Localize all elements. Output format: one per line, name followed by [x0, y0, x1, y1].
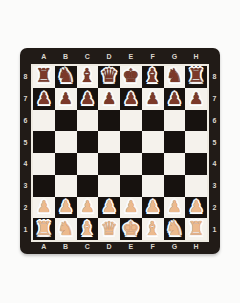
black-pawn-piece: ♟ [145, 91, 159, 107]
black-pawn-piece: ♟ [189, 91, 203, 107]
square-f3[interactable] [142, 175, 164, 197]
square-e5[interactable] [120, 131, 142, 153]
white-knight-piece: ♞ [166, 219, 183, 238]
rank-label-right-7: 7 [209, 88, 220, 110]
square-b2[interactable]: ♟ [55, 197, 77, 219]
board-field: ♜♞♝♛♚♝♞♜♟♟♟♟♟♟♟♟♟♟♟♟♟♟♟♟♜♞♝♛♚♝♞♜ [31, 64, 209, 242]
white-pawn-piece: ♟ [37, 199, 51, 215]
square-d7[interactable]: ♟ [98, 88, 120, 110]
square-f7[interactable]: ♟ [142, 88, 164, 110]
square-b5[interactable] [55, 131, 77, 153]
white-rook-piece: ♜ [188, 219, 205, 238]
demo-chess-board: ABCDEFGH 87654321 ♜♞♝♛♚♝♞♜♟♟♟♟♟♟♟♟♟♟♟♟♟♟… [20, 48, 220, 254]
square-f8[interactable]: ♝ [142, 66, 164, 88]
white-pawn-piece: ♟ [189, 199, 203, 215]
square-g4[interactable] [164, 153, 186, 175]
square-a5[interactable] [33, 131, 55, 153]
square-b6[interactable] [55, 110, 77, 132]
square-h3[interactable] [185, 175, 207, 197]
white-queen-piece: ♛ [101, 219, 118, 238]
square-a8[interactable]: ♜ [33, 66, 55, 88]
square-e1[interactable]: ♚ [120, 218, 142, 240]
white-pawn-piece: ♟ [124, 199, 138, 215]
square-f6[interactable] [142, 110, 164, 132]
square-f4[interactable] [142, 153, 164, 175]
file-label-bottom-e: E [120, 241, 142, 252]
square-c1[interactable]: ♝ [77, 218, 99, 240]
file-label-top-d: D [98, 50, 120, 63]
square-c4[interactable] [77, 153, 99, 175]
black-pawn-piece: ♟ [102, 91, 116, 107]
file-label-bottom-h: H [185, 241, 207, 252]
square-h1[interactable]: ♜ [185, 218, 207, 240]
square-h8[interactable]: ♜ [185, 66, 207, 88]
square-d5[interactable] [98, 131, 120, 153]
file-label-bottom-b: B [55, 241, 77, 252]
square-d8[interactable]: ♛ [98, 66, 120, 88]
square-c8[interactable]: ♝ [77, 66, 99, 88]
black-king-piece: ♚ [122, 66, 139, 85]
white-pawn-piece: ♟ [58, 199, 72, 215]
file-label-bottom-a: A [33, 241, 55, 252]
white-rook-piece: ♜ [35, 219, 52, 238]
square-g8[interactable]: ♞ [164, 66, 186, 88]
square-b3[interactable] [55, 175, 77, 197]
file-label-top-h: H [185, 50, 207, 63]
square-a2[interactable]: ♟ [33, 197, 55, 219]
rank-label-left-3: 3 [20, 175, 31, 197]
square-f2[interactable]: ♟ [142, 197, 164, 219]
black-pawn-piece: ♟ [37, 91, 51, 107]
square-f5[interactable] [142, 131, 164, 153]
square-c3[interactable] [77, 175, 99, 197]
file-label-top-a: A [33, 50, 55, 63]
file-label-top-f: F [142, 50, 164, 63]
black-rook-piece: ♜ [188, 66, 205, 85]
square-c2[interactable]: ♟ [77, 197, 99, 219]
black-pawn-piece: ♟ [167, 91, 181, 107]
square-c5[interactable] [77, 131, 99, 153]
black-bishop-piece: ♝ [79, 66, 96, 85]
black-queen-piece: ♛ [101, 66, 118, 85]
square-e6[interactable] [120, 110, 142, 132]
file-label-bottom-c: C [77, 241, 99, 252]
square-g1[interactable]: ♞ [164, 218, 186, 240]
square-e4[interactable] [120, 153, 142, 175]
square-a3[interactable] [33, 175, 55, 197]
file-labels-bottom: ABCDEFGH [33, 241, 207, 252]
square-d6[interactable] [98, 110, 120, 132]
rank-label-right-8: 8 [209, 66, 220, 88]
square-a7[interactable]: ♟ [33, 88, 55, 110]
square-h7[interactable]: ♟ [185, 88, 207, 110]
file-labels-top: ABCDEFGH [33, 50, 207, 63]
black-rook-piece: ♜ [35, 66, 52, 85]
black-pawn-piece: ♟ [124, 91, 138, 107]
square-d2[interactable]: ♟ [98, 197, 120, 219]
rank-label-right-6: 6 [209, 110, 220, 132]
square-b8[interactable]: ♞ [55, 66, 77, 88]
rank-label-right-4: 4 [209, 153, 220, 175]
white-bishop-piece: ♝ [79, 219, 96, 238]
square-b7[interactable]: ♟ [55, 88, 77, 110]
square-e8[interactable]: ♚ [120, 66, 142, 88]
white-pawn-piece: ♟ [102, 199, 116, 215]
rank-label-left-4: 4 [20, 153, 31, 175]
square-d1[interactable]: ♛ [98, 218, 120, 240]
black-pawn-piece: ♟ [58, 91, 72, 107]
file-label-bottom-f: F [142, 241, 164, 252]
square-a6[interactable] [33, 110, 55, 132]
file-label-top-g: G [164, 50, 186, 63]
square-h4[interactable] [185, 153, 207, 175]
square-b4[interactable] [55, 153, 77, 175]
file-label-bottom-d: D [98, 241, 120, 252]
square-g3[interactable] [164, 175, 186, 197]
square-g2[interactable]: ♟ [164, 197, 186, 219]
square-g5[interactable] [164, 131, 186, 153]
white-pawn-piece: ♟ [80, 199, 94, 215]
white-pawn-piece: ♟ [167, 199, 181, 215]
black-knight-piece: ♞ [57, 66, 74, 85]
file-label-top-e: E [120, 50, 142, 63]
square-g6[interactable] [164, 110, 186, 132]
square-h2[interactable]: ♟ [185, 197, 207, 219]
square-e7[interactable]: ♟ [120, 88, 142, 110]
file-label-top-c: C [77, 50, 99, 63]
rank-label-right-3: 3 [209, 175, 220, 197]
rank-label-right-1: 1 [209, 218, 220, 240]
square-e3[interactable] [120, 175, 142, 197]
white-king-piece: ♚ [122, 219, 139, 238]
white-knight-piece: ♞ [57, 219, 74, 238]
square-c7[interactable]: ♟ [77, 88, 99, 110]
black-bishop-piece: ♝ [144, 66, 161, 85]
square-c6[interactable] [77, 110, 99, 132]
square-a4[interactable] [33, 153, 55, 175]
square-b1[interactable]: ♞ [55, 218, 77, 240]
square-g7[interactable]: ♟ [164, 88, 186, 110]
square-e2[interactable]: ♟ [120, 197, 142, 219]
white-bishop-piece: ♝ [144, 219, 161, 238]
square-h6[interactable] [185, 110, 207, 132]
rank-label-right-5: 5 [209, 131, 220, 153]
rank-label-right-2: 2 [209, 197, 220, 219]
square-a1[interactable]: ♜ [33, 218, 55, 240]
rank-label-left-5: 5 [20, 131, 31, 153]
black-knight-piece: ♞ [166, 66, 183, 85]
rank-labels-left: 87654321 [20, 66, 31, 240]
rank-label-left-2: 2 [20, 197, 31, 219]
square-d4[interactable] [98, 153, 120, 175]
rank-label-left-8: 8 [20, 66, 31, 88]
square-f1[interactable]: ♝ [142, 218, 164, 240]
file-label-top-b: B [55, 50, 77, 63]
product-photo: ABCDEFGH 87654321 ♜♞♝♛♚♝♞♜♟♟♟♟♟♟♟♟♟♟♟♟♟♟… [0, 0, 240, 303]
rank-label-left-7: 7 [20, 88, 31, 110]
black-pawn-piece: ♟ [80, 91, 94, 107]
rank-label-left-1: 1 [20, 218, 31, 240]
rank-labels-right: 87654321 [209, 66, 220, 240]
square-h5[interactable] [185, 131, 207, 153]
rank-label-left-6: 6 [20, 110, 31, 132]
square-d3[interactable] [98, 175, 120, 197]
file-label-bottom-g: G [164, 241, 186, 252]
white-pawn-piece: ♟ [145, 199, 159, 215]
